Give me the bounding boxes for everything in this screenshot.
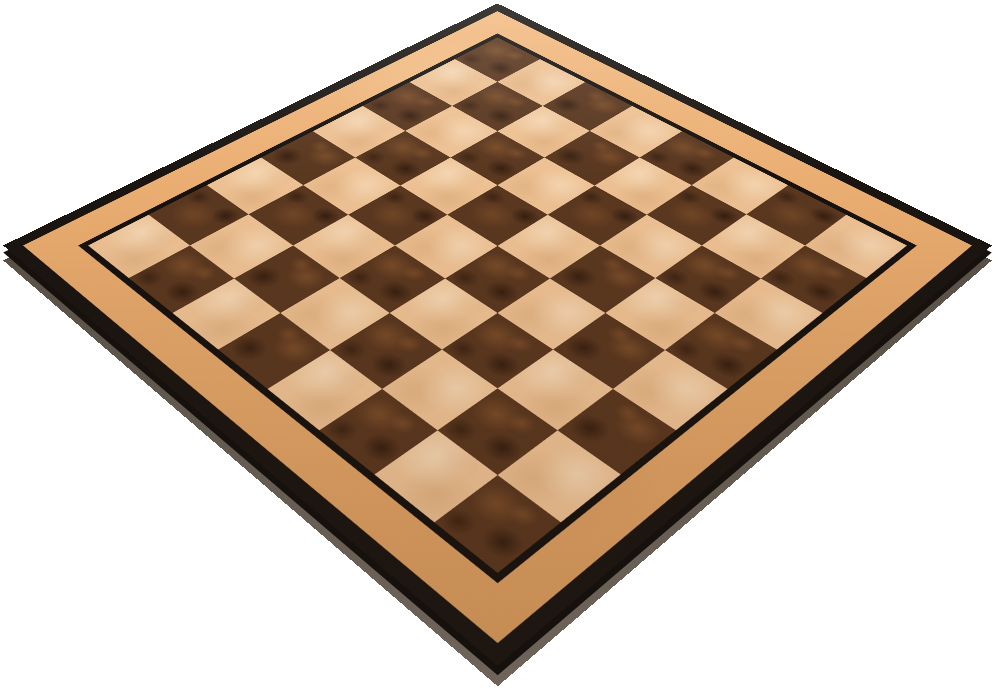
board-scene bbox=[0, 0, 1000, 693]
board-grid bbox=[78, 33, 917, 583]
chessboard bbox=[3, 3, 992, 665]
